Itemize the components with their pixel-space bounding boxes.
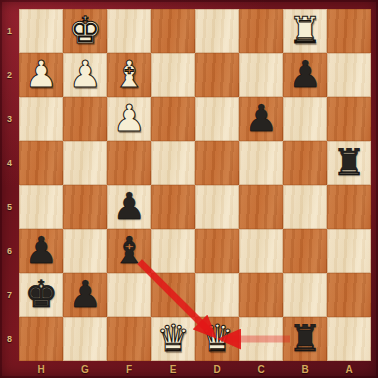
- file-label-c: C: [239, 364, 283, 375]
- square-h7[interactable]: ♚: [19, 273, 63, 317]
- square-a5[interactable]: [327, 185, 371, 229]
- piece-wK-g1[interactable]: ♚: [63, 9, 107, 53]
- square-c4[interactable]: [239, 141, 283, 185]
- square-f2[interactable]: ♝: [107, 53, 151, 97]
- square-a4[interactable]: ♜: [327, 141, 371, 185]
- square-g8[interactable]: [63, 317, 107, 361]
- file-label-f: F: [107, 364, 151, 375]
- file-labels: HGFEDCBA: [19, 361, 371, 378]
- square-c1[interactable]: [239, 9, 283, 53]
- piece-bP-f5[interactable]: ♟: [107, 185, 151, 229]
- square-a2[interactable]: [327, 53, 371, 97]
- piece-wQ-e8[interactable]: ♛: [151, 317, 195, 361]
- square-b1[interactable]: ♜: [283, 9, 327, 53]
- square-g5[interactable]: [63, 185, 107, 229]
- square-d2[interactable]: [195, 53, 239, 97]
- piece-bK-h7[interactable]: ♚: [19, 273, 63, 317]
- square-c8[interactable]: [239, 317, 283, 361]
- square-d8[interactable]: ♛: [195, 317, 239, 361]
- square-e2[interactable]: [151, 53, 195, 97]
- square-f6[interactable]: ♝: [107, 229, 151, 273]
- piece-wP-g2[interactable]: ♟: [63, 53, 107, 97]
- square-d1[interactable]: [195, 9, 239, 53]
- square-g4[interactable]: [63, 141, 107, 185]
- piece-wP-h2[interactable]: ♟: [19, 53, 63, 97]
- square-b2[interactable]: ♟: [283, 53, 327, 97]
- square-a1[interactable]: [327, 9, 371, 53]
- piece-bB-f6[interactable]: ♝: [107, 229, 151, 273]
- square-e7[interactable]: [151, 273, 195, 317]
- square-a6[interactable]: [327, 229, 371, 273]
- square-h4[interactable]: [19, 141, 63, 185]
- piece-bP-b2[interactable]: ♟: [283, 53, 327, 97]
- square-g3[interactable]: [63, 97, 107, 141]
- square-c5[interactable]: [239, 185, 283, 229]
- square-f5[interactable]: ♟: [107, 185, 151, 229]
- square-e6[interactable]: [151, 229, 195, 273]
- square-h8[interactable]: [19, 317, 63, 361]
- square-c2[interactable]: [239, 53, 283, 97]
- square-f8[interactable]: [107, 317, 151, 361]
- square-e1[interactable]: [151, 9, 195, 53]
- square-d3[interactable]: [195, 97, 239, 141]
- square-b7[interactable]: [283, 273, 327, 317]
- square-g1[interactable]: ♚: [63, 9, 107, 53]
- square-f7[interactable]: [107, 273, 151, 317]
- file-label-h: H: [19, 364, 63, 375]
- square-c6[interactable]: [239, 229, 283, 273]
- square-a3[interactable]: [327, 97, 371, 141]
- rank-label-4: 4: [0, 141, 19, 185]
- file-label-g: G: [63, 364, 107, 375]
- rank-label-7: 7: [0, 273, 19, 317]
- piece-wQ-d8[interactable]: ♛: [195, 317, 239, 361]
- chess-board: ♚♜♟♟♝♟♟♟♜♟♟♝♚♟♛♛♜: [19, 9, 371, 361]
- square-f4[interactable]: [107, 141, 151, 185]
- square-d5[interactable]: [195, 185, 239, 229]
- piece-wB-f2[interactable]: ♝: [107, 53, 151, 97]
- piece-bP-c3[interactable]: ♟: [239, 97, 283, 141]
- file-label-a: A: [327, 364, 371, 375]
- chess-board-frame: 12345678 ♚♜♟♟♝♟♟♟♜♟♟♝♚♟♛♛♜ HGFEDCBA: [0, 0, 378, 378]
- square-d6[interactable]: [195, 229, 239, 273]
- piece-wR-b1[interactable]: ♜: [283, 9, 327, 53]
- square-c7[interactable]: [239, 273, 283, 317]
- square-e4[interactable]: [151, 141, 195, 185]
- square-b5[interactable]: [283, 185, 327, 229]
- square-g6[interactable]: [63, 229, 107, 273]
- rank-label-5: 5: [0, 185, 19, 229]
- square-h2[interactable]: ♟: [19, 53, 63, 97]
- square-e5[interactable]: [151, 185, 195, 229]
- square-a8[interactable]: [327, 317, 371, 361]
- piece-bP-h6[interactable]: ♟: [19, 229, 63, 273]
- rank-label-1: 1: [0, 9, 19, 53]
- square-h1[interactable]: [19, 9, 63, 53]
- square-e3[interactable]: [151, 97, 195, 141]
- square-g7[interactable]: ♟: [63, 273, 107, 317]
- square-f1[interactable]: [107, 9, 151, 53]
- square-a7[interactable]: [327, 273, 371, 317]
- piece-bR-a4[interactable]: ♜: [327, 141, 371, 185]
- square-c3[interactable]: ♟: [239, 97, 283, 141]
- square-d7[interactable]: [195, 273, 239, 317]
- square-h5[interactable]: [19, 185, 63, 229]
- rank-labels: 12345678: [0, 9, 19, 361]
- square-h6[interactable]: ♟: [19, 229, 63, 273]
- rank-label-8: 8: [0, 317, 19, 361]
- piece-bP-g7[interactable]: ♟: [63, 273, 107, 317]
- square-b3[interactable]: [283, 97, 327, 141]
- square-b6[interactable]: [283, 229, 327, 273]
- file-label-e: E: [151, 364, 195, 375]
- rank-label-6: 6: [0, 229, 19, 273]
- file-label-b: B: [283, 364, 327, 375]
- file-label-d: D: [195, 364, 239, 375]
- piece-wP-f3[interactable]: ♟: [107, 97, 151, 141]
- square-b4[interactable]: [283, 141, 327, 185]
- square-b8[interactable]: ♜: [283, 317, 327, 361]
- rank-label-3: 3: [0, 97, 19, 141]
- square-e8[interactable]: ♛: [151, 317, 195, 361]
- square-g2[interactable]: ♟: [63, 53, 107, 97]
- square-h3[interactable]: [19, 97, 63, 141]
- rank-label-2: 2: [0, 53, 19, 97]
- piece-bR-b8[interactable]: ♜: [283, 317, 327, 361]
- square-f3[interactable]: ♟: [107, 97, 151, 141]
- square-d4[interactable]: [195, 141, 239, 185]
